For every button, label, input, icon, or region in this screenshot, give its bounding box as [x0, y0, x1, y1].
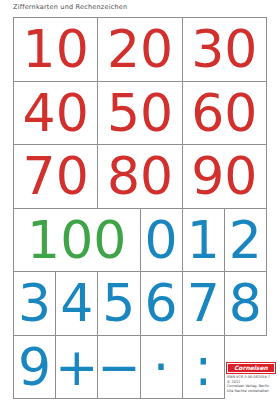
card-7: 7 — [183, 272, 225, 336]
card-plus: + — [56, 336, 98, 400]
imprint-isbn: ISBN 978-3-06-082059-7 — [227, 375, 275, 380]
row-tens-3: 70 80 90 — [14, 145, 267, 209]
imprint-block: Cornelsen ISBN 978-3-06-082059-7 © 2012 … — [227, 363, 275, 394]
row-tens-2: 40 50 60 — [14, 82, 267, 146]
card-grid: 10 20 30 40 50 60 70 80 90 100 0 1 2 3 4… — [13, 17, 267, 399]
card-multiplication-dot: · — [141, 336, 183, 400]
card-40: 40 — [14, 82, 98, 146]
row-ones: 3 4 5 6 7 8 — [14, 272, 267, 336]
card-60: 60 — [183, 82, 267, 146]
card-6: 6 — [141, 272, 183, 336]
card-70: 70 — [14, 145, 98, 209]
card-division-colon: : — [183, 336, 225, 400]
card-1: 1 — [183, 209, 225, 273]
card-0: 0 — [141, 209, 183, 273]
card-4: 4 — [56, 272, 98, 336]
card-2: 2 — [225, 209, 267, 273]
card-8: 8 — [225, 272, 267, 336]
imprint-cell: Cornelsen ISBN 978-3-06-082059-7 © 2012 … — [225, 336, 267, 400]
card-50: 50 — [98, 82, 182, 146]
card-9: 9 — [14, 336, 56, 400]
card-30: 30 — [183, 18, 267, 82]
card-100: 100 — [14, 209, 141, 273]
page-title: Ziffernkarten und Rechenzeichen — [13, 3, 127, 11]
card-90: 90 — [183, 145, 267, 209]
card-minus: − — [98, 336, 140, 400]
cornelsen-logo: Cornelsen — [227, 363, 275, 374]
row-tens-1: 10 20 30 — [14, 18, 267, 82]
copyright-text: ISBN 978-3-06-082059-7 © 2012 Cornelsen … — [227, 375, 275, 393]
row-hundred-and-ones: 100 0 1 2 — [14, 209, 267, 273]
card-3: 3 — [14, 272, 56, 336]
row-operators: 9 + − · : Cornelsen ISBN 978-3-06-082059… — [14, 336, 267, 400]
card-10: 10 — [14, 18, 98, 82]
card-80: 80 — [98, 145, 182, 209]
imprint-rights: Alle Rechte vorbehalten — [227, 389, 275, 394]
card-5: 5 — [98, 272, 140, 336]
card-20: 20 — [98, 18, 182, 82]
